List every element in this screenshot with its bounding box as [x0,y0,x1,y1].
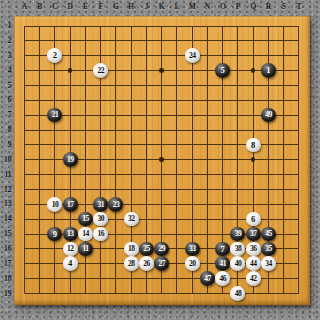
intersection-L15[interactable] [169,227,184,242]
intersection-C15[interactable]: 9 [47,227,62,242]
intersection-O14[interactable] [215,212,230,227]
intersection-D5[interactable] [63,78,78,93]
intersection-Q1[interactable] [246,19,261,34]
intersection-H10[interactable] [124,152,139,167]
intersection-P8[interactable] [230,123,245,138]
intersection-S3[interactable] [276,48,291,63]
intersection-D14[interactable] [63,212,78,227]
intersection-B19[interactable] [32,286,47,301]
intersection-S12[interactable] [276,182,291,197]
intersection-O10[interactable] [215,152,230,167]
intersection-Q8[interactable] [246,123,261,138]
intersection-K10[interactable] [154,152,169,167]
intersection-N15[interactable] [200,227,215,242]
intersection-Q16[interactable]: 36 [246,241,261,256]
intersection-A6[interactable] [17,93,32,108]
intersection-N17[interactable] [200,256,215,271]
intersection-T7[interactable] [291,108,306,123]
intersection-R17[interactable]: 34 [261,256,276,271]
intersection-N4[interactable] [200,63,215,78]
intersection-T4[interactable] [291,63,306,78]
intersection-S7[interactable] [276,108,291,123]
intersection-L13[interactable] [169,197,184,212]
intersection-T11[interactable] [291,167,306,182]
intersection-A7[interactable] [17,108,32,123]
intersection-H14[interactable]: 32 [124,212,139,227]
stone-48-white-P19[interactable]: 48 [230,286,245,301]
intersection-G17[interactable] [108,256,123,271]
intersection-J17[interactable]: 26 [139,256,154,271]
intersection-R14[interactable] [261,212,276,227]
intersection-K19[interactable] [154,286,169,301]
stone-35-black-R16[interactable]: 35 [261,242,276,257]
intersection-H8[interactable] [124,123,139,138]
intersection-E15[interactable]: 14 [78,227,93,242]
intersection-T13[interactable] [291,197,306,212]
intersection-S8[interactable] [276,123,291,138]
stone-24-white-M3[interactable]: 24 [185,48,200,63]
intersection-C3[interactable]: 2 [47,48,62,63]
stone-40-white-P17[interactable]: 40 [230,256,245,271]
intersection-G2[interactable] [108,33,123,48]
stone-15-black-E14[interactable]: 15 [78,212,93,227]
intersection-G8[interactable] [108,123,123,138]
intersection-B4[interactable] [32,63,47,78]
intersection-F3[interactable] [93,48,108,63]
intersection-E2[interactable] [78,33,93,48]
intersection-O4[interactable]: 5 [215,63,230,78]
stone-12-white-D16[interactable]: 12 [63,242,78,257]
intersection-O8[interactable] [215,123,230,138]
intersection-K2[interactable] [154,33,169,48]
intersection-E17[interactable] [78,256,93,271]
intersection-S13[interactable] [276,197,291,212]
intersection-B17[interactable] [32,256,47,271]
intersection-S16[interactable] [276,241,291,256]
stone-21-black-C7[interactable]: 21 [47,108,62,123]
intersection-F1[interactable] [93,19,108,34]
intersection-M19[interactable] [185,286,200,301]
intersection-S14[interactable] [276,212,291,227]
intersection-R13[interactable] [261,197,276,212]
intersection-R18[interactable] [261,271,276,286]
intersection-K14[interactable] [154,212,169,227]
intersection-E7[interactable] [78,108,93,123]
intersection-P7[interactable] [230,108,245,123]
stone-26-white-J17[interactable]: 26 [139,256,154,271]
intersection-L18[interactable] [169,271,184,286]
intersection-J12[interactable] [139,182,154,197]
intersection-S2[interactable] [276,33,291,48]
intersection-M15[interactable] [185,227,200,242]
intersection-R2[interactable] [261,33,276,48]
stone-34-white-R17[interactable]: 34 [261,256,276,271]
intersection-A19[interactable] [17,286,32,301]
intersection-Q14[interactable]: 6 [246,212,261,227]
stone-41-black-O17[interactable]: 41 [215,256,230,271]
intersection-J1[interactable] [139,19,154,34]
stone-18-white-H16[interactable]: 18 [124,242,139,257]
intersection-C13[interactable]: 10 [47,197,62,212]
intersection-Q19[interactable] [246,286,261,301]
intersection-S6[interactable] [276,93,291,108]
intersection-E18[interactable] [78,271,93,286]
intersection-M4[interactable] [185,63,200,78]
stone-49-black-R7[interactable]: 49 [261,108,276,123]
intersection-R8[interactable] [261,123,276,138]
intersection-F10[interactable] [93,152,108,167]
intersection-F5[interactable] [93,78,108,93]
intersection-N10[interactable] [200,152,215,167]
intersection-A8[interactable] [17,123,32,138]
intersection-C7[interactable]: 21 [47,108,62,123]
intersection-A13[interactable] [17,197,32,212]
intersection-A5[interactable] [17,78,32,93]
intersection-M13[interactable] [185,197,200,212]
intersection-R9[interactable] [261,137,276,152]
intersection-G4[interactable] [108,63,123,78]
intersection-Q4[interactable] [246,63,261,78]
intersection-R4[interactable]: 1 [261,63,276,78]
intersection-D12[interactable] [63,182,78,197]
intersection-L3[interactable] [169,48,184,63]
intersection-A16[interactable] [17,241,32,256]
intersection-D2[interactable] [63,33,78,48]
intersection-B5[interactable] [32,78,47,93]
intersection-M5[interactable] [185,78,200,93]
intersection-N11[interactable] [200,167,215,182]
intersection-G14[interactable] [108,212,123,227]
intersection-K8[interactable] [154,123,169,138]
intersection-K1[interactable] [154,19,169,34]
intersection-B9[interactable] [32,137,47,152]
intersection-B16[interactable] [32,241,47,256]
stone-29-black-K16[interactable]: 29 [154,242,169,257]
intersection-A9[interactable] [17,137,32,152]
intersection-E16[interactable]: 11 [78,241,93,256]
intersection-O6[interactable] [215,93,230,108]
intersection-A1[interactable] [17,19,32,34]
intersection-R6[interactable] [261,93,276,108]
intersection-J16[interactable]: 25 [139,241,154,256]
intersection-G11[interactable] [108,167,123,182]
stone-46-white-O18[interactable]: 46 [215,271,230,286]
intersection-J15[interactable] [139,227,154,242]
stone-9-black-C15[interactable]: 9 [47,227,62,242]
stone-2-white-C3[interactable]: 2 [47,48,62,63]
intersection-H4[interactable] [124,63,139,78]
intersection-C4[interactable] [47,63,62,78]
stone-13-black-D15[interactable]: 13 [63,227,78,242]
intersection-P9[interactable] [230,137,245,152]
intersection-E3[interactable] [78,48,93,63]
stone-16-white-F15[interactable]: 16 [93,227,108,242]
intersection-R1[interactable] [261,19,276,34]
intersection-G7[interactable] [108,108,123,123]
stone-45-black-R15[interactable]: 45 [261,227,276,242]
intersection-D17[interactable]: 4 [63,256,78,271]
intersection-E9[interactable] [78,137,93,152]
stone-28-white-H17[interactable]: 28 [124,256,139,271]
intersection-E5[interactable] [78,78,93,93]
stone-32-white-H14[interactable]: 32 [124,212,139,227]
intersection-S1[interactable] [276,19,291,34]
intersection-S5[interactable] [276,78,291,93]
intersection-S11[interactable] [276,167,291,182]
intersection-K16[interactable]: 29 [154,241,169,256]
intersection-H5[interactable] [124,78,139,93]
intersection-J8[interactable] [139,123,154,138]
intersection-F7[interactable] [93,108,108,123]
stone-17-black-D13[interactable]: 17 [63,197,78,212]
intersection-M9[interactable] [185,137,200,152]
intersection-K7[interactable] [154,108,169,123]
intersection-N2[interactable] [200,33,215,48]
intersection-F12[interactable] [93,182,108,197]
intersection-N7[interactable] [200,108,215,123]
intersection-P10[interactable] [230,152,245,167]
intersection-N8[interactable] [200,123,215,138]
intersection-H7[interactable] [124,108,139,123]
intersection-T18[interactable] [291,271,306,286]
intersection-C12[interactable] [47,182,62,197]
intersection-B2[interactable] [32,33,47,48]
intersection-B8[interactable] [32,123,47,138]
intersection-J11[interactable] [139,167,154,182]
intersection-A3[interactable] [17,48,32,63]
stone-30-white-F14[interactable]: 30 [93,212,108,227]
intersection-P6[interactable] [230,93,245,108]
intersection-N6[interactable] [200,93,215,108]
intersection-A4[interactable] [17,63,32,78]
stone-31-black-F13[interactable]: 31 [93,197,108,212]
intersection-R3[interactable] [261,48,276,63]
intersection-J3[interactable] [139,48,154,63]
intersection-E11[interactable] [78,167,93,182]
intersection-E4[interactable] [78,63,93,78]
intersection-D9[interactable] [63,137,78,152]
intersection-O9[interactable] [215,137,230,152]
intersection-O19[interactable] [215,286,230,301]
intersection-A12[interactable] [17,182,32,197]
intersection-L2[interactable] [169,33,184,48]
intersection-D3[interactable] [63,48,78,63]
intersection-R5[interactable] [261,78,276,93]
intersection-O1[interactable] [215,19,230,34]
intersection-P2[interactable] [230,33,245,48]
intersection-A17[interactable] [17,256,32,271]
intersection-L1[interactable] [169,19,184,34]
intersection-P12[interactable] [230,182,245,197]
intersection-T16[interactable] [291,241,306,256]
intersection-S4[interactable] [276,63,291,78]
intersection-H18[interactable] [124,271,139,286]
intersection-E13[interactable] [78,197,93,212]
intersection-O11[interactable] [215,167,230,182]
intersection-C17[interactable] [47,256,62,271]
intersection-D16[interactable]: 12 [63,241,78,256]
intersection-H12[interactable] [124,182,139,197]
intersection-F16[interactable] [93,241,108,256]
intersection-N12[interactable] [200,182,215,197]
stone-42-white-Q18[interactable]: 42 [246,271,261,286]
intersection-L17[interactable] [169,256,184,271]
intersection-G9[interactable] [108,137,123,152]
intersection-N13[interactable] [200,197,215,212]
intersection-L7[interactable] [169,108,184,123]
intersection-N19[interactable] [200,286,215,301]
intersection-L16[interactable] [169,241,184,256]
stone-4-white-D17[interactable]: 4 [63,256,78,271]
intersection-P4[interactable] [230,63,245,78]
intersection-O3[interactable] [215,48,230,63]
intersection-R15[interactable]: 45 [261,227,276,242]
intersection-P17[interactable]: 40 [230,256,245,271]
intersection-B1[interactable] [32,19,47,34]
stone-20-white-M17[interactable]: 20 [185,256,200,271]
intersection-E12[interactable] [78,182,93,197]
intersection-C14[interactable] [47,212,62,227]
intersection-N1[interactable] [200,19,215,34]
intersection-Q11[interactable] [246,167,261,182]
intersection-Q9[interactable]: 8 [246,137,261,152]
intersection-R11[interactable] [261,167,276,182]
intersection-M2[interactable] [185,33,200,48]
intersection-G18[interactable] [108,271,123,286]
intersection-T17[interactable] [291,256,306,271]
intersection-G15[interactable] [108,227,123,242]
intersection-A2[interactable] [17,33,32,48]
intersection-C8[interactable] [47,123,62,138]
intersection-M1[interactable] [185,19,200,34]
intersection-E1[interactable] [78,19,93,34]
intersection-D4[interactable] [63,63,78,78]
intersection-Q13[interactable] [246,197,261,212]
intersection-F9[interactable] [93,137,108,152]
intersection-L5[interactable] [169,78,184,93]
intersection-F19[interactable] [93,286,108,301]
intersection-L8[interactable] [169,123,184,138]
intersection-K5[interactable] [154,78,169,93]
intersection-B3[interactable] [32,48,47,63]
intersection-J4[interactable] [139,63,154,78]
intersection-T12[interactable] [291,182,306,197]
intersection-S10[interactable] [276,152,291,167]
intersection-Q17[interactable]: 44 [246,256,261,271]
intersection-L11[interactable] [169,167,184,182]
intersection-R10[interactable] [261,152,276,167]
intersection-N3[interactable] [200,48,215,63]
intersection-E14[interactable]: 15 [78,212,93,227]
stone-36-white-Q16[interactable]: 36 [246,242,261,257]
intersection-D8[interactable] [63,123,78,138]
intersection-R19[interactable] [261,286,276,301]
intersection-T5[interactable] [291,78,306,93]
intersection-F14[interactable]: 30 [93,212,108,227]
intersection-L14[interactable] [169,212,184,227]
intersection-P16[interactable]: 38 [230,241,245,256]
intersection-H3[interactable] [124,48,139,63]
intersection-N9[interactable] [200,137,215,152]
intersection-O15[interactable] [215,227,230,242]
intersection-O2[interactable] [215,33,230,48]
intersection-F18[interactable] [93,271,108,286]
stone-5-black-O4[interactable]: 5 [215,63,230,78]
intersection-B7[interactable] [32,108,47,123]
intersection-L12[interactable] [169,182,184,197]
intersection-Q18[interactable]: 42 [246,271,261,286]
stone-8-white-Q9[interactable]: 8 [246,138,261,153]
intersection-B13[interactable] [32,197,47,212]
intersection-K17[interactable]: 27 [154,256,169,271]
intersection-S9[interactable] [276,137,291,152]
intersection-D6[interactable] [63,93,78,108]
intersection-S15[interactable] [276,227,291,242]
intersection-G12[interactable] [108,182,123,197]
intersection-A10[interactable] [17,152,32,167]
intersection-F11[interactable] [93,167,108,182]
intersection-H16[interactable]: 18 [124,241,139,256]
intersection-J14[interactable] [139,212,154,227]
intersection-Q2[interactable] [246,33,261,48]
intersection-H2[interactable] [124,33,139,48]
intersection-N5[interactable] [200,78,215,93]
intersection-D11[interactable] [63,167,78,182]
intersection-O16[interactable]: 7 [215,241,230,256]
intersection-F2[interactable] [93,33,108,48]
intersection-J2[interactable] [139,33,154,48]
intersection-T1[interactable] [291,19,306,34]
intersection-Q10[interactable] [246,152,261,167]
intersection-G16[interactable] [108,241,123,256]
intersection-C10[interactable] [47,152,62,167]
intersection-D7[interactable] [63,108,78,123]
intersection-C19[interactable] [47,286,62,301]
intersection-M18[interactable] [185,271,200,286]
stone-39-black-P15[interactable]: 39 [230,227,245,242]
intersection-C5[interactable] [47,78,62,93]
intersection-G3[interactable] [108,48,123,63]
intersection-P19[interactable]: 48 [230,286,245,301]
intersection-K6[interactable] [154,93,169,108]
intersection-D19[interactable] [63,286,78,301]
stone-14-white-E15[interactable]: 14 [78,227,93,242]
stone-7-black-O16[interactable]: 7 [215,242,230,257]
stone-11-black-E16[interactable]: 11 [78,242,93,257]
intersection-K3[interactable] [154,48,169,63]
stone-27-black-K17[interactable]: 27 [154,256,169,271]
intersection-P13[interactable] [230,197,245,212]
intersection-B11[interactable] [32,167,47,182]
intersection-O13[interactable] [215,197,230,212]
intersection-B12[interactable] [32,182,47,197]
intersection-B14[interactable] [32,212,47,227]
intersection-D18[interactable] [63,271,78,286]
intersection-K18[interactable] [154,271,169,286]
intersection-H9[interactable] [124,137,139,152]
intersection-T19[interactable] [291,286,306,301]
stone-1-black-R4[interactable]: 1 [261,63,276,78]
stone-47-black-N18[interactable]: 47 [200,271,215,286]
intersection-D13[interactable]: 17 [63,197,78,212]
intersection-M3[interactable]: 24 [185,48,200,63]
intersection-G13[interactable]: 23 [108,197,123,212]
intersection-P3[interactable] [230,48,245,63]
stone-19-black-D10[interactable]: 19 [63,152,78,167]
intersection-F8[interactable] [93,123,108,138]
intersection-T14[interactable] [291,212,306,227]
stone-44-white-Q17[interactable]: 44 [246,256,261,271]
